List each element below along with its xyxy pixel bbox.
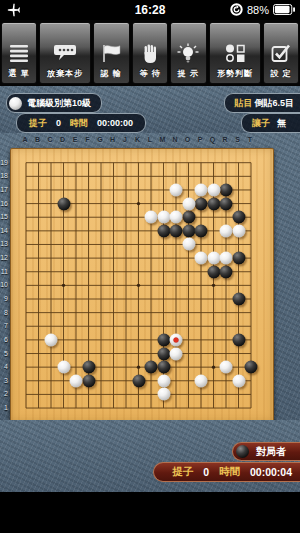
row-label-7: 7	[4, 322, 8, 329]
white-stone-N17	[170, 183, 183, 196]
white-stone-P12	[195, 252, 208, 265]
row-labels: 19181716151413121110987654321	[0, 148, 9, 420]
row-label-6: 6	[4, 335, 8, 342]
col-label-J: J	[123, 136, 127, 143]
row-label-8: 8	[4, 308, 8, 315]
row-label-12: 12	[0, 254, 8, 261]
black-captures-label: 提子	[172, 465, 193, 479]
black-capture-time-pill: 提子 0 時間 00:00:04	[153, 462, 300, 482]
white-stone-O13	[182, 238, 195, 251]
col-label-E: E	[73, 136, 78, 143]
last-move-marker	[174, 337, 179, 342]
undo-move-label: 放棄本步	[47, 68, 83, 79]
row-label-15: 15	[0, 213, 8, 220]
wait-button[interactable]: 等 待	[132, 22, 168, 84]
col-label-F: F	[85, 136, 89, 143]
hint-bulb-icon	[176, 38, 200, 68]
white-captures-count: 0	[56, 118, 61, 128]
black-stone-M6	[157, 333, 170, 346]
white-stone-O16	[182, 197, 195, 210]
komi-value: 倒貼6.5目	[254, 97, 294, 110]
rotation-lock-icon	[230, 3, 243, 18]
white-stone-N15	[170, 211, 183, 224]
wait-label: 等 待	[139, 68, 160, 79]
black-captures-count: 0	[203, 466, 209, 478]
resign-label: 認 輸	[101, 68, 122, 79]
black-stone-M4	[157, 361, 170, 374]
black-stone-K3	[132, 374, 145, 387]
menu-button[interactable]: 選 單	[1, 22, 37, 84]
col-label-P: P	[198, 136, 203, 143]
black-stone-R17	[220, 183, 233, 196]
wait-hand-icon	[140, 38, 160, 68]
black-stone-P14	[195, 224, 208, 237]
komi-pill: 貼目 倒貼6.5目	[224, 93, 300, 113]
komi-label: 貼目	[234, 97, 252, 110]
undo-move-button[interactable]: 放棄本步	[39, 22, 91, 84]
black-stone-O14	[182, 224, 195, 237]
settings-label: 設 定	[270, 68, 291, 79]
resign-button[interactable]: 認 輸	[93, 22, 129, 84]
black-stone-icon	[236, 445, 249, 458]
black-stone-F4	[82, 361, 95, 374]
white-time-label: 時間	[70, 117, 88, 130]
white-stone-R14	[220, 224, 233, 237]
row-label-18: 18	[0, 172, 8, 179]
handicap-label: 讓子	[252, 117, 270, 130]
row-label-11: 11	[1, 267, 8, 274]
black-player-panel: 對局者 提子 0 時間 00:00:04	[0, 420, 300, 492]
estimate-shapes-icon	[223, 38, 247, 68]
estimate-label: 形勢判斷	[217, 68, 253, 79]
white-player-pill: 電腦級別第10級	[6, 93, 102, 113]
col-label-S: S	[235, 136, 240, 143]
row-label-4: 4	[4, 363, 8, 370]
col-label-R: R	[222, 136, 227, 143]
go-app-screen: { "game": "go", "board_size": 19, "statu…	[0, 0, 300, 533]
white-stone-S3	[232, 374, 245, 387]
row-label-5: 5	[4, 349, 8, 356]
goban[interactable]	[10, 148, 274, 422]
row-label-19: 19	[0, 158, 8, 165]
white-stone-Q12	[207, 252, 220, 265]
white-stone-N5	[170, 347, 183, 360]
row-label-14: 14	[0, 226, 8, 233]
col-label-H: H	[110, 136, 115, 143]
row-label-9: 9	[4, 295, 8, 302]
white-time-value: 00:00:00	[97, 118, 133, 128]
col-label-B: B	[35, 136, 40, 143]
white-stone-L15	[145, 211, 158, 224]
resign-flag-icon	[101, 38, 123, 68]
white-stone-R12	[220, 252, 233, 265]
black-stone-D16	[57, 197, 70, 210]
estimate-button[interactable]: 形勢判斷	[209, 22, 261, 84]
white-stone-S14	[232, 224, 245, 237]
black-stone-S12	[232, 252, 245, 265]
handicap-pill: 讓子 無	[241, 113, 300, 133]
black-stone-M14	[157, 224, 170, 237]
black-stone-S15	[232, 211, 245, 224]
bottom-black-area	[0, 492, 300, 533]
black-stone-L4	[145, 361, 158, 374]
menu-label: 選 單	[9, 68, 30, 79]
col-label-G: G	[97, 136, 102, 143]
battery-percent: 88%	[247, 4, 269, 16]
col-label-D: D	[60, 136, 65, 143]
row-label-2: 2	[4, 390, 8, 397]
battery-icon	[273, 4, 295, 17]
white-stone-Q17	[207, 183, 220, 196]
undo-bubble-icon	[53, 38, 77, 68]
black-stone-F3	[82, 374, 95, 387]
row-label-1: 1	[4, 404, 8, 411]
toolbar: 選 單 放棄本步 認 輸 等 待 提 示 形勢判斷 設 定	[0, 20, 300, 86]
white-stone-icon	[9, 97, 22, 110]
status-bar: 16:28 88%	[0, 0, 300, 20]
white-stone-D4	[57, 361, 70, 374]
row-label-3: 3	[4, 376, 8, 383]
black-stone-M5	[157, 347, 170, 360]
black-stone-S9	[232, 293, 245, 306]
white-player-panel: 電腦級別第10級 貼目 倒貼6.5目 提子 0 時間 00:00:00 讓子 無	[0, 86, 300, 133]
settings-button[interactable]: 設 定	[263, 22, 299, 84]
col-label-M: M	[160, 136, 166, 143]
white-stone-M3	[157, 374, 170, 387]
black-time-value: 00:00:04	[250, 466, 292, 478]
row-label-16: 16	[0, 199, 8, 206]
black-stone-S6	[232, 333, 245, 346]
black-player-name: 對局者	[256, 445, 286, 459]
black-player-pill: 對局者	[232, 442, 300, 461]
row-label-10: 10	[0, 281, 8, 288]
black-stone-Q16	[207, 197, 220, 210]
black-time-label: 時間	[219, 465, 240, 479]
white-stone-M2	[157, 388, 170, 401]
col-label-A: A	[22, 136, 27, 143]
row-label-13: 13	[0, 240, 8, 247]
white-stone-R4	[220, 361, 233, 374]
white-stone-E3	[70, 374, 83, 387]
white-stone-P17	[195, 183, 208, 196]
settings-check-icon	[270, 38, 292, 68]
white-captures-label: 提子	[29, 117, 47, 130]
black-stone-Q11	[207, 265, 220, 278]
black-stone-R11	[220, 265, 233, 278]
white-capture-time-pill: 提子 0 時間 00:00:00	[16, 113, 146, 133]
hint-label: 提 示	[178, 68, 199, 79]
col-label-T: T	[248, 136, 252, 143]
handicap-value: 無	[277, 117, 286, 130]
black-stone-O15	[182, 211, 195, 224]
col-label-Q: Q	[210, 136, 215, 143]
white-stone-C6	[45, 333, 58, 346]
col-label-O: O	[185, 136, 190, 143]
col-label-N: N	[172, 136, 177, 143]
black-stone-T4	[245, 361, 258, 374]
white-player-name: 電腦級別第10級	[27, 97, 91, 110]
white-stone-P3	[195, 374, 208, 387]
black-stone-P16	[195, 197, 208, 210]
white-stone-M15	[157, 211, 170, 224]
col-label-K: K	[135, 136, 140, 143]
menu-icon	[8, 38, 30, 68]
col-label-L: L	[148, 136, 152, 143]
col-label-C: C	[47, 136, 52, 143]
hint-button[interactable]: 提 示	[170, 22, 206, 84]
black-stone-R16	[220, 197, 233, 210]
black-stone-N14	[170, 224, 183, 237]
column-labels: ABCDEFGHJKLMNOPQRST	[10, 133, 272, 147]
row-label-17: 17	[0, 185, 8, 192]
